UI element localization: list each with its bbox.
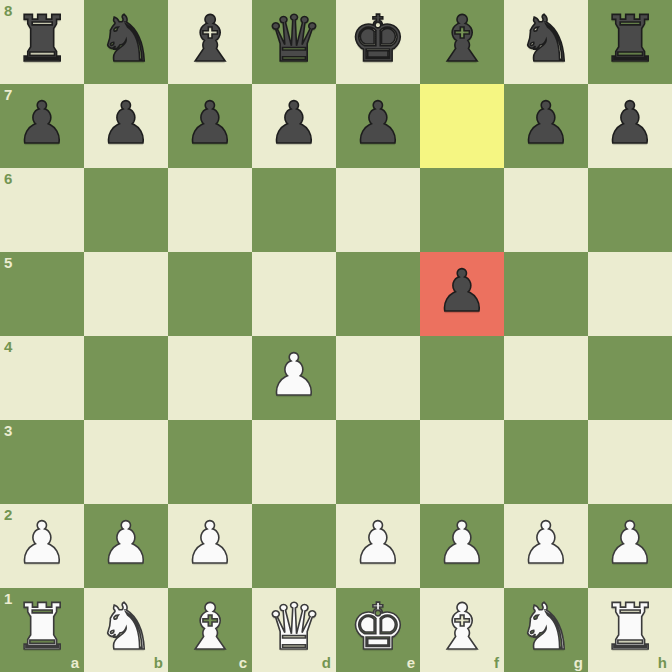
square-a7[interactable]: 7♟ xyxy=(0,84,84,168)
square-c1[interactable]: c♝ xyxy=(168,588,252,672)
square-g2[interactable]: ♟ xyxy=(504,504,588,588)
square-b7[interactable]: ♟ xyxy=(84,84,168,168)
square-a4[interactable]: 4 xyxy=(0,336,84,420)
square-h8[interactable]: ♜ xyxy=(588,0,672,84)
square-b6[interactable] xyxy=(84,168,168,252)
piece-white-bishop[interactable]: ♝ xyxy=(433,585,490,669)
piece-white-pawn[interactable]: ♟ xyxy=(436,501,488,585)
square-a6[interactable]: 6 xyxy=(0,168,84,252)
square-a8[interactable]: 8♜ xyxy=(0,0,84,84)
square-e2[interactable]: ♟ xyxy=(336,504,420,588)
file-label-g: g xyxy=(574,655,583,670)
rank-label-2: 2 xyxy=(4,507,12,522)
square-e4[interactable] xyxy=(336,336,420,420)
piece-black-bishop[interactable]: ♝ xyxy=(181,0,238,81)
piece-white-pawn[interactable]: ♟ xyxy=(100,501,152,585)
square-g5[interactable] xyxy=(504,252,588,336)
piece-black-pawn[interactable]: ♟ xyxy=(16,81,68,165)
square-e6[interactable] xyxy=(336,168,420,252)
square-b3[interactable] xyxy=(84,420,168,504)
square-e7[interactable]: ♟ xyxy=(336,84,420,168)
piece-black-pawn[interactable]: ♟ xyxy=(436,249,488,333)
square-e5[interactable] xyxy=(336,252,420,336)
rank-label-1: 1 xyxy=(4,591,12,606)
rank-label-4: 4 xyxy=(4,339,12,354)
square-c6[interactable] xyxy=(168,168,252,252)
file-label-b: b xyxy=(154,655,163,670)
rank-label-6: 6 xyxy=(4,171,12,186)
square-f8[interactable]: ♝ xyxy=(420,0,504,84)
square-b4[interactable] xyxy=(84,336,168,420)
piece-white-bishop[interactable]: ♝ xyxy=(181,585,238,669)
square-f6[interactable] xyxy=(420,168,504,252)
file-label-d: d xyxy=(322,655,331,670)
square-f3[interactable] xyxy=(420,420,504,504)
piece-white-rook[interactable]: ♜ xyxy=(13,585,70,669)
square-f5-last-move-to-highlight[interactable]: ♟ xyxy=(420,252,504,336)
square-c5[interactable] xyxy=(168,252,252,336)
square-b2[interactable]: ♟ xyxy=(84,504,168,588)
piece-black-rook[interactable]: ♜ xyxy=(601,0,658,81)
square-d4[interactable]: ♟ xyxy=(252,336,336,420)
chess-board: 8♜♞♝♛♚♝♞♜7♟♟♟♟♟♟♟65♟4♟32♟♟♟♟♟♟♟1a♜b♞c♝d♛… xyxy=(0,0,672,672)
square-h7[interactable]: ♟ xyxy=(588,84,672,168)
square-h2[interactable]: ♟ xyxy=(588,504,672,588)
square-g8[interactable]: ♞ xyxy=(504,0,588,84)
square-e1[interactable]: e♚ xyxy=(336,588,420,672)
square-e3[interactable] xyxy=(336,420,420,504)
square-g1[interactable]: g♞ xyxy=(504,588,588,672)
piece-black-pawn[interactable]: ♟ xyxy=(352,81,404,165)
square-b5[interactable] xyxy=(84,252,168,336)
piece-white-king[interactable]: ♚ xyxy=(349,585,406,669)
square-h1[interactable]: h♜ xyxy=(588,588,672,672)
square-e8[interactable]: ♚ xyxy=(336,0,420,84)
piece-white-rook[interactable]: ♜ xyxy=(601,585,658,669)
rank-label-8: 8 xyxy=(4,3,12,18)
square-c7[interactable]: ♟ xyxy=(168,84,252,168)
square-b8[interactable]: ♞ xyxy=(84,0,168,84)
square-h5[interactable] xyxy=(588,252,672,336)
piece-black-pawn[interactable]: ♟ xyxy=(604,81,656,165)
square-f7-last-move-from-highlight[interactable] xyxy=(420,84,504,168)
piece-white-pawn[interactable]: ♟ xyxy=(16,501,68,585)
file-label-c: c xyxy=(239,655,247,670)
rank-label-7: 7 xyxy=(4,87,12,102)
square-a3[interactable]: 3 xyxy=(0,420,84,504)
piece-white-pawn[interactable]: ♟ xyxy=(352,501,404,585)
piece-white-queen[interactable]: ♛ xyxy=(265,585,322,669)
square-b1[interactable]: b♞ xyxy=(84,588,168,672)
square-c8[interactable]: ♝ xyxy=(168,0,252,84)
piece-white-knight[interactable]: ♞ xyxy=(517,585,574,669)
piece-white-pawn[interactable]: ♟ xyxy=(520,501,572,585)
square-g7[interactable]: ♟ xyxy=(504,84,588,168)
square-d6[interactable] xyxy=(252,168,336,252)
file-label-e: e xyxy=(407,655,415,670)
square-f4[interactable] xyxy=(420,336,504,420)
piece-black-knight[interactable]: ♞ xyxy=(517,0,574,81)
file-label-a: a xyxy=(71,655,79,670)
chess-board-container: 8♜♞♝♛♚♝♞♜7♟♟♟♟♟♟♟65♟4♟32♟♟♟♟♟♟♟1a♜b♞c♝d♛… xyxy=(0,0,672,672)
rank-label-3: 3 xyxy=(4,423,12,438)
piece-black-bishop[interactable]: ♝ xyxy=(433,0,490,81)
piece-white-pawn[interactable]: ♟ xyxy=(184,501,236,585)
piece-black-pawn[interactable]: ♟ xyxy=(268,81,320,165)
square-h6[interactable] xyxy=(588,168,672,252)
piece-white-pawn[interactable]: ♟ xyxy=(604,501,656,585)
square-d5[interactable] xyxy=(252,252,336,336)
piece-black-pawn[interactable]: ♟ xyxy=(184,81,236,165)
square-d8[interactable]: ♛ xyxy=(252,0,336,84)
piece-black-knight[interactable]: ♞ xyxy=(97,0,154,81)
square-g3[interactable] xyxy=(504,420,588,504)
piece-black-rook[interactable]: ♜ xyxy=(13,0,70,81)
square-c2[interactable]: ♟ xyxy=(168,504,252,588)
square-g6[interactable] xyxy=(504,168,588,252)
square-f2[interactable]: ♟ xyxy=(420,504,504,588)
file-label-h: h xyxy=(658,655,667,670)
piece-black-pawn[interactable]: ♟ xyxy=(100,81,152,165)
piece-white-pawn[interactable]: ♟ xyxy=(268,333,320,417)
piece-white-knight[interactable]: ♞ xyxy=(97,585,154,669)
rank-label-5: 5 xyxy=(4,255,12,270)
square-h4[interactable] xyxy=(588,336,672,420)
square-d1[interactable]: d♛ xyxy=(252,588,336,672)
square-f1[interactable]: f♝ xyxy=(420,588,504,672)
square-g4[interactable] xyxy=(504,336,588,420)
square-h3[interactable] xyxy=(588,420,672,504)
square-d3[interactable] xyxy=(252,420,336,504)
square-a5[interactable]: 5 xyxy=(0,252,84,336)
piece-black-queen[interactable]: ♛ xyxy=(265,0,322,81)
piece-black-king[interactable]: ♚ xyxy=(349,0,406,81)
square-d2[interactable] xyxy=(252,504,336,588)
square-c3[interactable] xyxy=(168,420,252,504)
square-a2[interactable]: 2♟ xyxy=(0,504,84,588)
piece-black-pawn[interactable]: ♟ xyxy=(520,81,572,165)
square-a1[interactable]: 1a♜ xyxy=(0,588,84,672)
square-d7[interactable]: ♟ xyxy=(252,84,336,168)
square-c4[interactable] xyxy=(168,336,252,420)
file-label-f: f xyxy=(494,655,499,670)
